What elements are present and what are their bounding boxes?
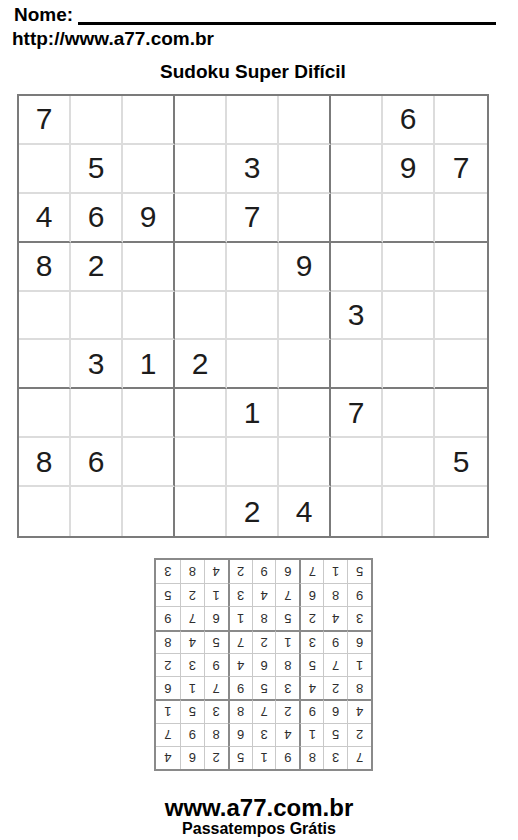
puzzle-cell-r3c5: 7 — [227, 194, 279, 243]
footer-url-text: www.a77.com.br — [0, 794, 518, 822]
solution-cell-r2c2: 5 — [323, 723, 347, 746]
puzzle-cell-r7c8 — [383, 389, 435, 438]
puzzle-cell-r8c1: 8 — [19, 438, 71, 487]
solution-cell-r3c9: 1 — [156, 699, 180, 722]
puzzle-cell-r2c4 — [175, 145, 227, 194]
puzzle-cell-r5c3 — [123, 292, 175, 341]
puzzle-cell-r9c4 — [175, 487, 227, 536]
puzzle-cell-r6c6 — [279, 340, 331, 389]
solution-cell-r1c7: 2 — [204, 746, 228, 769]
solution-cell-r8c7: 1 — [204, 583, 228, 606]
puzzle-cell-r5c8 — [383, 292, 435, 341]
puzzle-cell-r8c9: 5 — [435, 438, 487, 487]
puzzle-cell-r5c2 — [71, 292, 123, 341]
solution-cell-r9c7: 4 — [204, 560, 228, 583]
solution-cell-r5c1: 1 — [347, 653, 371, 676]
solution-cell-r6c1: 6 — [347, 630, 371, 653]
puzzle-cell-r4c9 — [435, 243, 487, 292]
puzzle-cell-r2c5: 3 — [227, 145, 279, 194]
puzzle-cell-r1c5 — [227, 96, 279, 145]
puzzle-cell-r3c3: 9 — [123, 194, 175, 243]
solution-cell-r7c5: 8 — [252, 606, 276, 629]
solution-cell-r4c9: 6 — [156, 676, 180, 699]
puzzle-cell-r3c2: 6 — [71, 194, 123, 243]
solution-cell-r6c3: 3 — [299, 630, 323, 653]
puzzle-cell-r7c3 — [123, 389, 175, 438]
puzzle-cell-r9c7 — [331, 487, 383, 536]
solution-cell-r1c8: 6 — [180, 746, 204, 769]
solution-cell-r9c8: 8 — [180, 560, 204, 583]
puzzle-cell-r8c5 — [227, 438, 279, 487]
solution-cell-r7c7: 6 — [204, 606, 228, 629]
solution-cell-r3c6: 8 — [228, 699, 252, 722]
solution-cell-r1c4: 9 — [275, 746, 299, 769]
solution-cell-r5c9: 2 — [156, 653, 180, 676]
puzzle-cell-r9c3 — [123, 487, 175, 536]
puzzle-cell-r9c5: 2 — [227, 487, 279, 536]
solution-cell-r2c7: 8 — [204, 723, 228, 746]
solution-cell-r8c3: 6 — [299, 583, 323, 606]
solution-cell-r8c6: 3 — [228, 583, 252, 606]
solution-cell-r3c3: 9 — [299, 699, 323, 722]
puzzle-cell-r7c2 — [71, 389, 123, 438]
solution-cell-r1c3: 8 — [299, 746, 323, 769]
puzzle-cell-r6c9 — [435, 340, 487, 389]
puzzle-cell-r6c1 — [19, 340, 71, 389]
solution-cell-r3c5: 7 — [252, 699, 276, 722]
puzzle-cell-r9c9 — [435, 487, 487, 536]
puzzle-cell-r5c1 — [19, 292, 71, 341]
puzzle-cell-r3c6 — [279, 194, 331, 243]
solution-cell-r5c8: 3 — [180, 653, 204, 676]
puzzle-cell-r7c1 — [19, 389, 71, 438]
solution-cell-r9c5: 9 — [252, 560, 276, 583]
site-url-text: http://www.a77.com.br — [12, 28, 214, 50]
puzzle-cell-r8c2: 6 — [71, 438, 123, 487]
solution-cell-r6c9: 8 — [156, 630, 180, 653]
solution-cell-r7c3: 2 — [299, 606, 323, 629]
puzzle-cell-r4c5 — [227, 243, 279, 292]
solution-cell-r3c1: 4 — [347, 699, 371, 722]
puzzle-cell-r7c4 — [175, 389, 227, 438]
puzzle-cell-r9c6: 4 — [279, 487, 331, 536]
solution-cell-r6c4: 1 — [275, 630, 299, 653]
solution-cell-r4c7: 7 — [204, 676, 228, 699]
solution-cell-r5c6: 4 — [228, 653, 252, 676]
solution-cell-r7c1: 3 — [347, 606, 371, 629]
solution-cell-r3c7: 3 — [204, 699, 228, 722]
puzzle-cell-r1c6 — [279, 96, 331, 145]
solution-cell-r2c3: 1 — [299, 723, 323, 746]
puzzle-cell-r4c3 — [123, 243, 175, 292]
solution-cell-r3c8: 5 — [180, 699, 204, 722]
puzzle-cell-r2c9: 7 — [435, 145, 487, 194]
puzzle-cell-r9c1 — [19, 487, 71, 536]
puzzle-cell-r6c4: 2 — [175, 340, 227, 389]
puzzle-cell-r9c2 — [71, 487, 123, 536]
puzzle-cell-r2c8: 9 — [383, 145, 435, 194]
solution-cell-r4c5: 5 — [252, 676, 276, 699]
solution-cell-r7c9: 9 — [156, 606, 180, 629]
puzzle-cell-r6c2: 3 — [71, 340, 123, 389]
solution-cell-r5c2: 7 — [323, 653, 347, 676]
solution-cell-r1c9: 4 — [156, 746, 180, 769]
solution-cell-r9c6: 2 — [228, 560, 252, 583]
puzzle-cell-r8c7 — [331, 438, 383, 487]
solution-cell-r7c8: 7 — [180, 606, 204, 629]
puzzle-cell-r4c2: 2 — [71, 243, 123, 292]
solution-cell-r6c7: 5 — [204, 630, 228, 653]
page-title: Sudoku Super Difícil — [17, 61, 489, 83]
puzzle-cell-r5c9 — [435, 292, 487, 341]
solution-cell-r2c8: 9 — [180, 723, 204, 746]
solution-cell-r8c1: 9 — [347, 583, 371, 606]
puzzle-cell-r5c7: 3 — [331, 292, 383, 341]
solution-cell-r1c6: 5 — [228, 746, 252, 769]
puzzle-cell-r4c1: 8 — [19, 243, 71, 292]
puzzle-cell-r7c7: 7 — [331, 389, 383, 438]
puzzle-cell-r2c1 — [19, 145, 71, 194]
solution-cell-r1c1: 7 — [347, 746, 371, 769]
puzzle-cell-r7c9 — [435, 389, 487, 438]
puzzle-cell-r1c4 — [175, 96, 227, 145]
solution-cell-r4c6: 9 — [228, 676, 252, 699]
puzzle-cell-r2c3 — [123, 145, 175, 194]
puzzle-cell-r2c6 — [279, 145, 331, 194]
solution-cell-r6c8: 4 — [180, 630, 204, 653]
solution-cell-r6c2: 9 — [323, 630, 347, 653]
solution-cell-r3c2: 6 — [323, 699, 347, 722]
puzzle-cell-r1c1: 7 — [19, 96, 71, 145]
solution-cell-r5c7: 9 — [204, 653, 228, 676]
puzzle-cell-r8c6 — [279, 438, 331, 487]
solution-cell-r4c2: 2 — [323, 676, 347, 699]
puzzle-cell-r5c6 — [279, 292, 331, 341]
solution-cell-r2c4: 4 — [275, 723, 299, 746]
puzzle-cell-r7c6 — [279, 389, 331, 438]
puzzle-cell-r4c8 — [383, 243, 435, 292]
solution-cell-r2c6: 6 — [228, 723, 252, 746]
puzzle-cell-r1c8: 6 — [383, 96, 435, 145]
puzzle-cell-r2c2: 5 — [71, 145, 123, 194]
solution-cell-r4c4: 3 — [275, 676, 299, 699]
solution-cell-r7c4: 5 — [275, 606, 299, 629]
solution-cell-r8c9: 5 — [156, 583, 180, 606]
puzzle-cell-r2c7 — [331, 145, 383, 194]
puzzle-cell-r1c7 — [331, 96, 383, 145]
solution-cell-r2c5: 3 — [252, 723, 276, 746]
solution-cell-r6c5: 2 — [252, 630, 276, 653]
solution-cell-r8c8: 2 — [180, 583, 204, 606]
puzzle-cell-r6c3: 1 — [123, 340, 175, 389]
solution-cell-r6c6: 7 — [228, 630, 252, 653]
puzzle-cell-r4c7 — [331, 243, 383, 292]
puzzle-cell-r1c9 — [435, 96, 487, 145]
solution-cell-r1c2: 3 — [323, 746, 347, 769]
solution-cell-r7c6: 1 — [228, 606, 252, 629]
sudoku-print-page: Nome: http://www.a77.com.br Sudoku Super… — [0, 0, 518, 840]
solution-cell-r5c3: 5 — [299, 653, 323, 676]
puzzle-cell-r4c4 — [175, 243, 227, 292]
solution-cell-r9c3: 7 — [299, 560, 323, 583]
puzzle-cell-r3c8 — [383, 194, 435, 243]
solution-cell-r5c5: 6 — [252, 653, 276, 676]
solution-cell-r2c1: 2 — [347, 723, 371, 746]
footer-tagline-text: Passatempos Grátis — [0, 820, 518, 838]
solution-cell-r8c4: 7 — [275, 583, 299, 606]
solution-cell-r3c4: 2 — [275, 699, 299, 722]
sudoku-board: 765397469782933121786524 — [17, 94, 489, 538]
puzzle-cell-r8c8 — [383, 438, 435, 487]
solution-cell-r2c9: 7 — [156, 723, 180, 746]
puzzle-cell-r7c5: 1 — [227, 389, 279, 438]
solution-cell-r8c2: 8 — [323, 583, 347, 606]
puzzle-cell-r1c2 — [71, 96, 123, 145]
solution-cell-r4c8: 1 — [180, 676, 204, 699]
solution-cell-r9c2: 1 — [323, 560, 347, 583]
name-write-line — [78, 22, 496, 25]
puzzle-cell-r3c1: 4 — [19, 194, 71, 243]
puzzle-cell-r1c3 — [123, 96, 175, 145]
solution-cell-r7c2: 4 — [323, 606, 347, 629]
name-label: Nome: — [14, 4, 73, 26]
solution-cell-r4c3: 4 — [299, 676, 323, 699]
puzzle-cell-r6c7 — [331, 340, 383, 389]
puzzle-cell-r9c8 — [383, 487, 435, 536]
puzzle-cell-r3c7 — [331, 194, 383, 243]
puzzle-cell-r4c6: 9 — [279, 243, 331, 292]
solution-cell-r9c4: 6 — [275, 560, 299, 583]
solution-cell-r8c5: 4 — [252, 583, 276, 606]
puzzle-cell-r5c4 — [175, 292, 227, 341]
puzzle-cell-r6c8 — [383, 340, 435, 389]
solution-cell-r9c1: 5 — [347, 560, 371, 583]
solution-cell-r4c1: 8 — [347, 676, 371, 699]
puzzle-cell-r3c9 — [435, 194, 487, 243]
solution-cell-r5c4: 8 — [275, 653, 299, 676]
puzzle-cell-r5c5 — [227, 292, 279, 341]
solution-cell-r9c9: 3 — [156, 560, 180, 583]
puzzle-cell-r8c4 — [175, 438, 227, 487]
solution-cell-r1c5: 1 — [252, 746, 276, 769]
puzzle-cell-r8c3 — [123, 438, 175, 487]
puzzle-cell-r3c4 — [175, 194, 227, 243]
puzzle-cell-r6c5 — [227, 340, 279, 389]
solution-board: 7389152642514368974692783518243597161758… — [154, 558, 373, 771]
